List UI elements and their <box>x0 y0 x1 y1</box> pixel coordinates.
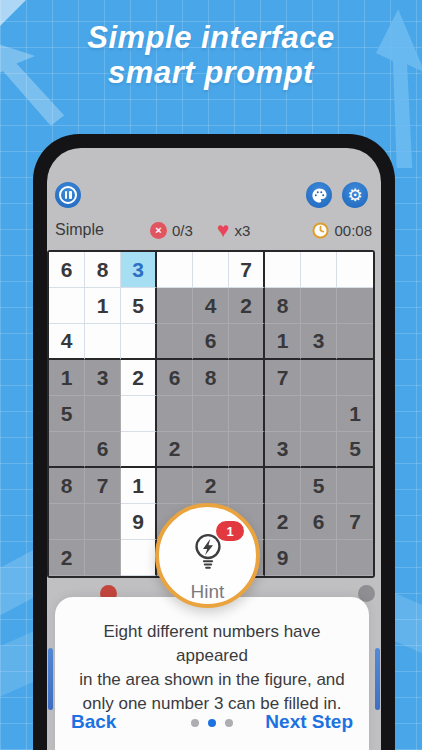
sudoku-cell-r7c3[interactable]: 1 <box>121 468 157 504</box>
app-store-screenshot: Simple interface smart prompt ⚙ <box>0 0 422 750</box>
mistakes-icon: × <box>150 222 167 239</box>
sudoku-cell-r2c3[interactable]: 5 <box>121 288 157 324</box>
screen-edge-accent-left <box>48 648 53 710</box>
sudoku-cell-r1c2[interactable]: 8 <box>85 252 121 288</box>
hint-button[interactable]: 1 Hint <box>155 503 260 608</box>
difficulty-label: Simple <box>55 221 104 239</box>
phone-frame: ⚙ Simple × 0/3 ♥ x3 <box>33 134 395 750</box>
sudoku-cell-r3c3[interactable] <box>121 324 157 360</box>
sudoku-cell-r8c2[interactable] <box>85 504 121 540</box>
sudoku-cell-r4c3[interactable]: 2 <box>121 360 157 396</box>
sudoku-cell-r5c4[interactable] <box>157 396 193 432</box>
hint-message: Eight different numbers have appeared in… <box>55 597 369 716</box>
clock-icon <box>312 222 329 239</box>
sudoku-cell-r3c5[interactable]: 6 <box>193 324 229 360</box>
sudoku-cell-r5c3[interactable] <box>121 396 157 432</box>
page-dot-2 <box>208 719 216 727</box>
sudoku-cell-r3c4[interactable] <box>157 324 193 360</box>
sudoku-cell-r5c1[interactable]: 5 <box>49 396 85 432</box>
sudoku-cell-r6c2[interactable]: 6 <box>85 432 121 468</box>
sudoku-cell-r6c8[interactable] <box>301 432 337 468</box>
sudoku-cell-r7c7[interactable] <box>265 468 301 504</box>
sudoku-cell-r1c3[interactable]: 3 <box>121 252 157 288</box>
sudoku-cell-r9c1[interactable]: 2 <box>49 540 85 576</box>
sudoku-cell-r5c2[interactable] <box>85 396 121 432</box>
sudoku-cell-r1c7[interactable] <box>265 252 301 288</box>
sudoku-cell-r4c6[interactable] <box>229 360 265 396</box>
sudoku-cell-r4c7[interactable]: 7 <box>265 360 301 396</box>
sudoku-cell-r7c9[interactable] <box>337 468 373 504</box>
sudoku-cell-r1c6[interactable]: 7 <box>229 252 265 288</box>
hint-button-label: Hint <box>159 581 256 603</box>
sudoku-cell-r9c3[interactable] <box>121 540 157 576</box>
sudoku-cell-r2c1[interactable] <box>49 288 85 324</box>
status-bar: Simple × 0/3 ♥ x3 00:08 <box>47 218 381 242</box>
theme-button[interactable] <box>306 182 332 208</box>
sudoku-cell-r7c4[interactable] <box>157 468 193 504</box>
sudoku-cell-r3c8[interactable]: 3 <box>301 324 337 360</box>
sudoku-cell-r2c2[interactable]: 1 <box>85 288 121 324</box>
sudoku-cell-r5c8[interactable] <box>301 396 337 432</box>
back-button[interactable]: Back <box>71 705 116 739</box>
sudoku-cell-r7c2[interactable]: 7 <box>85 468 121 504</box>
sudoku-cell-r2c4[interactable] <box>157 288 193 324</box>
hint-explanation-dialog: Eight different numbers have appeared in… <box>55 597 369 750</box>
headline-line-1: Simple interface <box>0 20 422 55</box>
sudoku-cell-r6c5[interactable] <box>193 432 229 468</box>
sudoku-cell-r1c4[interactable] <box>157 252 193 288</box>
lives-count: x3 <box>234 222 250 239</box>
pause-button[interactable] <box>55 182 81 208</box>
sudoku-cell-r9c8[interactable] <box>301 540 337 576</box>
game-screen: ⚙ Simple × 0/3 ♥ x3 <box>47 148 381 750</box>
sudoku-cell-r2c6[interactable]: 2 <box>229 288 265 324</box>
sudoku-cell-r5c7[interactable] <box>265 396 301 432</box>
heart-icon: ♥ <box>217 221 229 239</box>
sudoku-cell-r3c6[interactable] <box>229 324 265 360</box>
hint-message-line-2: in the area shown in the figure, and <box>67 668 357 692</box>
sudoku-cell-r8c7[interactable]: 2 <box>265 504 301 540</box>
sudoku-cell-r7c1[interactable]: 8 <box>49 468 85 504</box>
sudoku-cell-r8c9[interactable]: 7 <box>337 504 373 540</box>
timer-value: 00:08 <box>334 222 372 239</box>
sudoku-cell-r2c9[interactable] <box>337 288 373 324</box>
dialog-footer: Back Next Step <box>55 705 369 741</box>
sudoku-cell-r1c9[interactable] <box>337 252 373 288</box>
page-dot-3 <box>225 719 233 727</box>
sudoku-cell-r2c8[interactable] <box>301 288 337 324</box>
sudoku-cell-r5c9[interactable]: 1 <box>337 396 373 432</box>
sudoku-cell-r8c8[interactable]: 6 <box>301 504 337 540</box>
sudoku-cell-r9c9[interactable] <box>337 540 373 576</box>
sudoku-cell-r3c7[interactable]: 1 <box>265 324 301 360</box>
sudoku-cell-r6c4[interactable]: 2 <box>157 432 193 468</box>
sudoku-cell-r6c3[interactable] <box>121 432 157 468</box>
mistakes-count: 0/3 <box>172 222 193 239</box>
sudoku-cell-r4c1[interactable]: 1 <box>49 360 85 396</box>
hint-count-badge: 1 <box>216 521 244 541</box>
sudoku-cell-r7c6[interactable] <box>229 468 265 504</box>
page-dots[interactable] <box>191 719 233 727</box>
sudoku-cell-r4c9[interactable] <box>337 360 373 396</box>
sudoku-cell-r1c8[interactable] <box>301 252 337 288</box>
sudoku-cell-r5c6[interactable] <box>229 396 265 432</box>
sudoku-cell-r5c5[interactable] <box>193 396 229 432</box>
sudoku-cell-r4c8[interactable] <box>301 360 337 396</box>
gear-icon: ⚙ <box>347 187 362 204</box>
sudoku-cell-r7c8[interactable]: 5 <box>301 468 337 504</box>
hint-message-line-1: Eight different numbers have appeared <box>67 620 357 668</box>
settings-button[interactable]: ⚙ <box>342 182 368 208</box>
sudoku-cell-r4c2[interactable]: 3 <box>85 360 121 396</box>
sudoku-cell-r9c7[interactable]: 9 <box>265 540 301 576</box>
sudoku-cell-r6c9[interactable]: 5 <box>337 432 373 468</box>
sudoku-cell-r6c7[interactable]: 3 <box>265 432 301 468</box>
sudoku-cell-r9c2[interactable] <box>85 540 121 576</box>
sudoku-cell-r1c1[interactable]: 6 <box>49 252 85 288</box>
headline-line-2: smart prompt <box>0 55 422 90</box>
sudoku-cell-r8c3[interactable]: 9 <box>121 504 157 540</box>
sudoku-cell-r3c2[interactable] <box>85 324 121 360</box>
sudoku-cell-r8c1[interactable] <box>49 504 85 540</box>
pause-icon <box>59 186 77 204</box>
screen-edge-accent-right <box>375 648 380 710</box>
next-step-button[interactable]: Next Step <box>265 705 353 739</box>
sudoku-cell-r1c5[interactable] <box>193 252 229 288</box>
palette-icon <box>311 187 328 204</box>
sudoku-cell-r3c1[interactable]: 4 <box>49 324 85 360</box>
marketing-headline: Simple interface smart prompt <box>0 20 422 90</box>
sudoku-cell-r4c5[interactable]: 8 <box>193 360 229 396</box>
page-dot-1 <box>191 719 199 727</box>
sudoku-cell-r7c5[interactable]: 2 <box>193 468 229 504</box>
sudoku-cell-r2c5[interactable]: 4 <box>193 288 229 324</box>
sudoku-cell-r3c9[interactable] <box>337 324 373 360</box>
sudoku-cell-r2c7[interactable]: 8 <box>265 288 301 324</box>
sudoku-cell-r4c4[interactable]: 6 <box>157 360 193 396</box>
sudoku-cell-r6c6[interactable] <box>229 432 265 468</box>
sudoku-cell-r6c1[interactable] <box>49 432 85 468</box>
